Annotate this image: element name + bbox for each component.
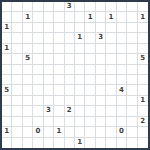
empty-cell[interactable] — [54, 65, 64, 75]
empty-cell[interactable] — [65, 12, 75, 22]
empty-cell[interactable] — [96, 117, 106, 127]
empty-cell[interactable] — [12, 44, 22, 54]
empty-cell[interactable] — [106, 127, 116, 137]
empty-cell[interactable] — [23, 33, 33, 43]
clue-cell: 1 — [23, 12, 33, 22]
empty-cell[interactable] — [127, 75, 137, 85]
puzzle-board: 3111111315554132210101 — [0, 0, 150, 150]
empty-cell[interactable] — [117, 23, 127, 33]
empty-cell[interactable] — [44, 75, 54, 85]
clue-cell: 1 — [75, 138, 85, 148]
empty-cell[interactable] — [106, 23, 116, 33]
empty-cell[interactable] — [44, 54, 54, 64]
empty-cell[interactable] — [106, 106, 116, 116]
empty-cell[interactable] — [127, 117, 137, 127]
empty-cell[interactable] — [44, 65, 54, 75]
empty-cell[interactable] — [2, 106, 12, 116]
empty-cell[interactable] — [127, 54, 137, 64]
empty-cell[interactable] — [23, 117, 33, 127]
empty-cell[interactable] — [75, 44, 85, 54]
empty-cell[interactable] — [12, 2, 22, 12]
empty-cell[interactable] — [2, 12, 12, 22]
empty-cell[interactable] — [12, 117, 22, 127]
empty-cell[interactable] — [127, 23, 137, 33]
empty-cell[interactable] — [23, 44, 33, 54]
empty-cell[interactable] — [75, 75, 85, 85]
empty-cell[interactable] — [33, 75, 43, 85]
clue-cell: 1 — [2, 23, 12, 33]
empty-cell[interactable] — [44, 23, 54, 33]
empty-cell[interactable] — [54, 85, 64, 95]
empty-cell[interactable] — [138, 75, 148, 85]
empty-cell[interactable] — [65, 65, 75, 75]
empty-cell[interactable] — [106, 33, 116, 43]
clue-cell: 1 — [106, 12, 116, 22]
empty-cell[interactable] — [54, 33, 64, 43]
empty-cell[interactable] — [138, 127, 148, 137]
empty-cell[interactable] — [85, 54, 95, 64]
empty-cell[interactable] — [85, 44, 95, 54]
clue-cell: 5 — [2, 85, 12, 95]
empty-cell[interactable] — [96, 12, 106, 22]
empty-cell[interactable] — [106, 44, 116, 54]
empty-cell[interactable] — [117, 44, 127, 54]
empty-cell[interactable] — [106, 2, 116, 12]
empty-cell[interactable] — [75, 106, 85, 116]
empty-cell[interactable] — [23, 138, 33, 148]
empty-cell[interactable] — [75, 85, 85, 95]
empty-cell[interactable] — [33, 85, 43, 95]
clue-cell: 5 — [138, 54, 148, 64]
empty-cell[interactable] — [23, 75, 33, 85]
empty-cell[interactable] — [65, 33, 75, 43]
empty-cell[interactable] — [44, 127, 54, 137]
empty-cell[interactable] — [127, 96, 137, 106]
clue-cell: 1 — [85, 12, 95, 22]
empty-cell[interactable] — [138, 85, 148, 95]
empty-cell[interactable] — [33, 117, 43, 127]
empty-cell[interactable] — [54, 96, 64, 106]
empty-cell[interactable] — [117, 117, 127, 127]
empty-cell[interactable] — [96, 106, 106, 116]
empty-cell[interactable] — [54, 138, 64, 148]
empty-cell[interactable] — [23, 65, 33, 75]
empty-cell[interactable] — [85, 85, 95, 95]
empty-cell[interactable] — [85, 2, 95, 12]
empty-cell[interactable] — [33, 2, 43, 12]
empty-cell[interactable] — [54, 75, 64, 85]
empty-cell[interactable] — [65, 54, 75, 64]
empty-cell[interactable] — [127, 12, 137, 22]
empty-cell[interactable] — [96, 65, 106, 75]
empty-cell[interactable] — [54, 117, 64, 127]
empty-cell[interactable] — [106, 96, 116, 106]
empty-cell[interactable] — [127, 2, 137, 12]
empty-cell[interactable] — [75, 117, 85, 127]
empty-cell[interactable] — [85, 138, 95, 148]
empty-cell[interactable] — [106, 75, 116, 85]
empty-cell[interactable] — [85, 117, 95, 127]
empty-cell[interactable] — [54, 23, 64, 33]
empty-cell[interactable] — [106, 54, 116, 64]
clue-cell: 1 — [138, 12, 148, 22]
empty-cell[interactable] — [44, 138, 54, 148]
empty-cell[interactable] — [138, 106, 148, 116]
empty-cell[interactable] — [138, 44, 148, 54]
empty-cell[interactable] — [12, 23, 22, 33]
empty-cell[interactable] — [75, 96, 85, 106]
empty-cell[interactable] — [33, 12, 43, 22]
clue-cell: 3 — [65, 2, 75, 12]
empty-cell[interactable] — [54, 106, 64, 116]
empty-cell[interactable] — [2, 96, 12, 106]
clue-cell: 1 — [54, 127, 64, 137]
puzzle-grid: 3111111315554132210101 — [2, 2, 148, 148]
empty-cell[interactable] — [106, 117, 116, 127]
empty-cell[interactable] — [127, 33, 137, 43]
empty-cell[interactable] — [44, 117, 54, 127]
empty-cell[interactable] — [12, 85, 22, 95]
empty-cell[interactable] — [44, 85, 54, 95]
empty-cell[interactable] — [96, 127, 106, 137]
empty-cell[interactable] — [96, 44, 106, 54]
empty-cell[interactable] — [117, 33, 127, 43]
empty-cell[interactable] — [85, 106, 95, 116]
empty-cell[interactable] — [138, 65, 148, 75]
empty-cell[interactable] — [33, 33, 43, 43]
empty-cell[interactable] — [23, 106, 33, 116]
empty-cell[interactable] — [106, 85, 116, 95]
empty-cell[interactable] — [23, 96, 33, 106]
empty-cell[interactable] — [65, 23, 75, 33]
empty-cell[interactable] — [85, 65, 95, 75]
empty-cell[interactable] — [117, 12, 127, 22]
empty-cell[interactable] — [138, 2, 148, 12]
empty-cell[interactable] — [2, 54, 12, 64]
empty-cell[interactable] — [96, 85, 106, 95]
empty-cell[interactable] — [138, 138, 148, 148]
empty-cell[interactable] — [85, 75, 95, 85]
empty-cell[interactable] — [33, 54, 43, 64]
empty-cell[interactable] — [54, 44, 64, 54]
empty-cell[interactable] — [65, 44, 75, 54]
clue-cell: 1 — [2, 127, 12, 137]
empty-cell[interactable] — [2, 33, 12, 43]
empty-cell[interactable] — [44, 33, 54, 43]
empty-cell[interactable] — [65, 75, 75, 85]
clue-cell: 3 — [44, 106, 54, 116]
empty-cell[interactable] — [54, 2, 64, 12]
empty-cell[interactable] — [127, 138, 137, 148]
empty-cell[interactable] — [2, 2, 12, 12]
empty-cell[interactable] — [12, 138, 22, 148]
empty-cell[interactable] — [75, 54, 85, 64]
empty-cell[interactable] — [33, 106, 43, 116]
empty-cell[interactable] — [23, 2, 33, 12]
empty-cell[interactable] — [127, 44, 137, 54]
empty-cell[interactable] — [75, 65, 85, 75]
empty-cell[interactable] — [12, 54, 22, 64]
clue-cell: 1 — [138, 96, 148, 106]
empty-cell[interactable] — [44, 12, 54, 22]
clue-cell: 2 — [138, 117, 148, 127]
empty-cell[interactable] — [85, 23, 95, 33]
empty-cell[interactable] — [44, 44, 54, 54]
empty-cell[interactable] — [117, 106, 127, 116]
empty-cell[interactable] — [12, 75, 22, 85]
empty-cell[interactable] — [96, 23, 106, 33]
empty-cell[interactable] — [96, 54, 106, 64]
empty-cell[interactable] — [117, 96, 127, 106]
empty-cell[interactable] — [33, 23, 43, 33]
empty-cell[interactable] — [65, 85, 75, 95]
empty-cell[interactable] — [33, 138, 43, 148]
empty-cell[interactable] — [96, 96, 106, 106]
empty-cell[interactable] — [33, 96, 43, 106]
empty-cell[interactable] — [2, 117, 12, 127]
empty-cell[interactable] — [117, 138, 127, 148]
clue-cell: 0 — [33, 127, 43, 137]
clue-cell: 1 — [2, 44, 12, 54]
empty-cell[interactable] — [75, 12, 85, 22]
empty-cell[interactable] — [75, 127, 85, 137]
empty-cell[interactable] — [96, 75, 106, 85]
empty-cell[interactable] — [65, 96, 75, 106]
empty-cell[interactable] — [12, 127, 22, 137]
empty-cell[interactable] — [106, 65, 116, 75]
empty-cell[interactable] — [2, 138, 12, 148]
empty-cell[interactable] — [117, 65, 127, 75]
empty-cell[interactable] — [12, 12, 22, 22]
empty-cell[interactable] — [12, 65, 22, 75]
empty-cell[interactable] — [127, 65, 137, 75]
empty-cell[interactable] — [117, 2, 127, 12]
empty-cell[interactable] — [85, 96, 95, 106]
empty-cell[interactable] — [75, 2, 85, 12]
empty-cell[interactable] — [12, 33, 22, 43]
empty-cell[interactable] — [106, 138, 116, 148]
empty-cell[interactable] — [138, 23, 148, 33]
clue-cell: 0 — [117, 127, 127, 137]
empty-cell[interactable] — [12, 106, 22, 116]
empty-cell[interactable] — [85, 33, 95, 43]
empty-cell[interactable] — [85, 127, 95, 137]
empty-cell[interactable] — [117, 54, 127, 64]
empty-cell[interactable] — [23, 85, 33, 95]
empty-cell[interactable] — [33, 65, 43, 75]
empty-cell[interactable] — [138, 33, 148, 43]
empty-cell[interactable] — [23, 127, 33, 137]
empty-cell[interactable] — [127, 106, 137, 116]
clue-cell: 4 — [117, 85, 127, 95]
empty-cell[interactable] — [117, 75, 127, 85]
empty-cell[interactable] — [65, 138, 75, 148]
clue-cell: 1 — [75, 33, 85, 43]
empty-cell[interactable] — [44, 2, 54, 12]
empty-cell[interactable] — [2, 75, 12, 85]
empty-cell[interactable] — [23, 23, 33, 33]
empty-cell[interactable] — [54, 12, 64, 22]
clue-cell: 2 — [65, 106, 75, 116]
empty-cell[interactable] — [127, 127, 137, 137]
empty-cell[interactable] — [96, 138, 106, 148]
clue-cell: 3 — [96, 33, 106, 43]
empty-cell[interactable] — [65, 127, 75, 137]
empty-cell[interactable] — [44, 96, 54, 106]
empty-cell[interactable] — [96, 2, 106, 12]
empty-cell[interactable] — [65, 117, 75, 127]
empty-cell[interactable] — [2, 65, 12, 75]
empty-cell[interactable] — [33, 44, 43, 54]
clue-cell: 5 — [23, 54, 33, 64]
empty-cell[interactable] — [75, 23, 85, 33]
empty-cell[interactable] — [54, 54, 64, 64]
empty-cell[interactable] — [127, 85, 137, 95]
empty-cell[interactable] — [12, 96, 22, 106]
